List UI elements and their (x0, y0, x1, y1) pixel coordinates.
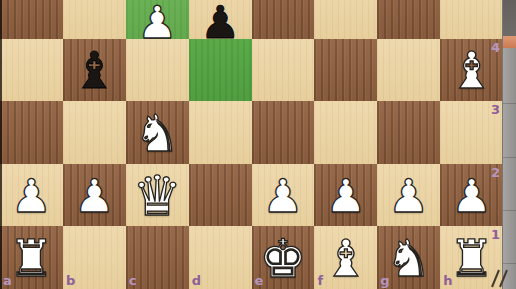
white-queen[interactable]: ♛ (133, 169, 182, 224)
white-rook[interactable]: ♜ (449, 233, 495, 284)
square-h2[interactable]: ♟2 (440, 164, 503, 227)
square-c1[interactable]: c (126, 226, 189, 289)
square-c2[interactable]: ♛ (126, 164, 189, 227)
square-g3[interactable] (377, 101, 440, 164)
square-a4[interactable] (0, 39, 63, 102)
board-left-edge (0, 0, 2, 289)
square-h4[interactable]: ♝4 (440, 39, 503, 102)
coord-file-b: b (66, 274, 75, 287)
white-king[interactable]: ♚ (259, 232, 307, 285)
square-a2[interactable]: ♟ (0, 164, 63, 227)
square-e3[interactable] (252, 101, 315, 164)
white-pawn[interactable]: ♟ (74, 173, 115, 219)
square-d4[interactable] (189, 39, 252, 102)
square-f4[interactable] (314, 39, 377, 102)
square-d5[interactable]: ♟ (189, 0, 252, 39)
coord-file-c: c (129, 274, 137, 287)
black-bishop[interactable]: ♝ (71, 45, 117, 96)
square-b3[interactable] (63, 101, 126, 164)
scrollbar-top-cap (503, 0, 516, 36)
square-c4[interactable] (126, 39, 189, 102)
white-knight[interactable]: ♞ (134, 108, 180, 159)
square-f2[interactable]: ♟ (314, 164, 377, 227)
scrollbar-accent (503, 36, 516, 48)
square-f1[interactable]: ♝f (314, 226, 377, 289)
white-rook[interactable]: ♜ (9, 233, 55, 284)
square-b2[interactable]: ♟ (63, 164, 126, 227)
square-e1[interactable]: ♚e (252, 226, 315, 289)
square-h3[interactable]: 3 (440, 101, 503, 164)
chess-board-view: ♟♟♝♝4♞3♟♟♛♟♟♟♟2♜abcd♚e♝f♞g♜h1 (0, 0, 516, 289)
square-d2[interactable] (189, 164, 252, 227)
square-a1[interactable]: ♜a (0, 226, 63, 289)
white-pawn[interactable]: ♟ (11, 173, 52, 219)
scrollbar-separator (503, 157, 516, 158)
white-pawn[interactable]: ♟ (388, 173, 429, 219)
square-f5[interactable] (314, 0, 377, 39)
square-c5[interactable]: ♟ (126, 0, 189, 39)
square-a5[interactable] (0, 0, 63, 39)
page-scrollbar[interactable] (502, 0, 516, 289)
square-b4[interactable]: ♝ (63, 39, 126, 102)
scrollbar-separator (503, 263, 516, 264)
scrollbar-track[interactable] (503, 48, 516, 289)
square-e5[interactable] (252, 0, 315, 39)
coord-rank-2: 2 (491, 166, 500, 179)
square-a3[interactable] (0, 101, 63, 164)
square-h5[interactable] (440, 0, 503, 39)
white-bishop[interactable]: ♝ (323, 233, 369, 284)
square-e2[interactable]: ♟ (252, 164, 315, 227)
white-pawn[interactable]: ♟ (451, 173, 492, 219)
square-g1[interactable]: ♞g (377, 226, 440, 289)
square-b1[interactable]: b (63, 226, 126, 289)
square-f3[interactable] (314, 101, 377, 164)
square-b5[interactable] (63, 0, 126, 39)
coord-rank-3: 3 (491, 103, 500, 116)
scrollbar-separator (503, 210, 516, 211)
white-bishop[interactable]: ♝ (449, 45, 495, 96)
square-g4[interactable] (377, 39, 440, 102)
chess-board: ♟♟♝♝4♞3♟♟♛♟♟♟♟2♜abcd♚e♝f♞g♜h1 (0, 0, 503, 289)
board-resize-handle-icon[interactable] (490, 267, 509, 288)
square-d3[interactable] (189, 101, 252, 164)
white-pawn[interactable]: ♟ (325, 173, 366, 219)
square-c3[interactable]: ♞ (126, 101, 189, 164)
coord-file-d: d (192, 274, 201, 287)
white-pawn[interactable]: ♟ (262, 173, 303, 219)
scrollbar-separator (503, 103, 516, 104)
square-d1[interactable]: d (189, 226, 252, 289)
square-e4[interactable] (252, 39, 315, 102)
square-g5[interactable] (377, 0, 440, 39)
square-g2[interactable]: ♟ (377, 164, 440, 227)
white-knight[interactable]: ♞ (386, 233, 432, 284)
